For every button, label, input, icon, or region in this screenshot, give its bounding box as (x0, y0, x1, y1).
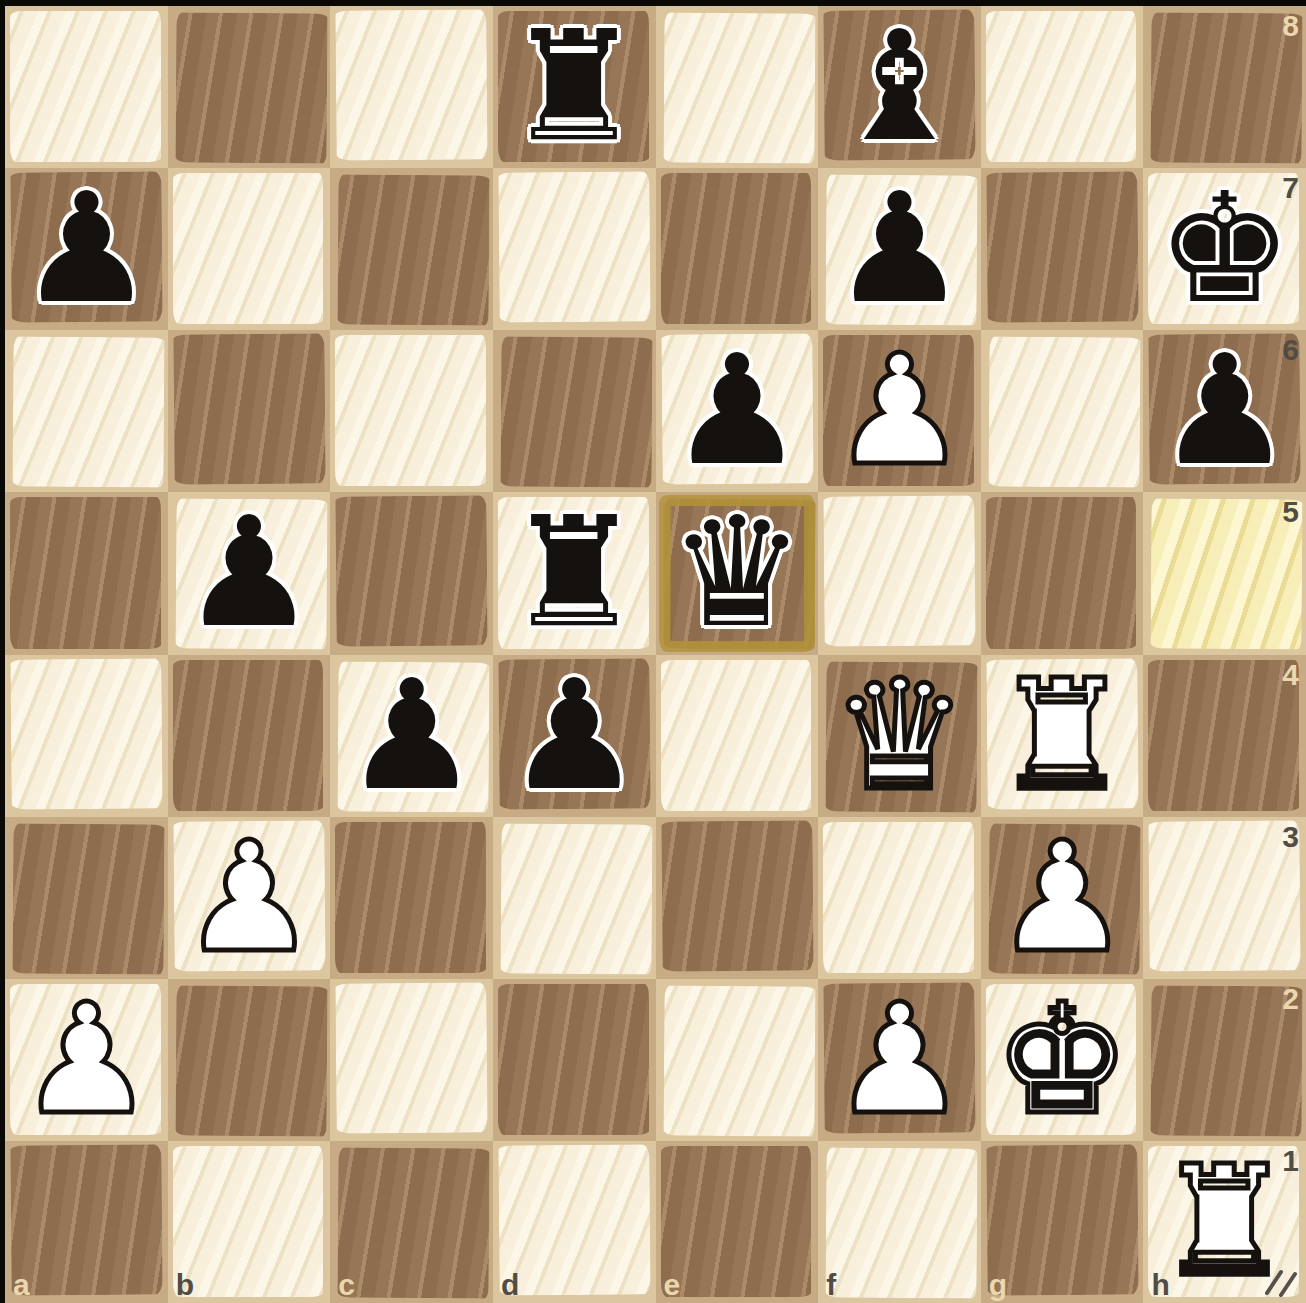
square-b5[interactable]: ♟ (168, 492, 331, 654)
square-scribble (1148, 660, 1299, 811)
rank-label-5: 5 (1282, 495, 1299, 529)
piece-white-pawn-f2[interactable]: ♟ (831, 984, 967, 1136)
square-a5[interactable] (5, 492, 168, 654)
square-scribble (661, 1146, 812, 1297)
square-f6[interactable]: ♟ (818, 330, 981, 492)
piece-white-pawn-f6[interactable]: ♟ (831, 335, 967, 487)
square-g6[interactable] (981, 330, 1144, 492)
chess-board: ♜♝8♟♟♚7♟♟♟6♟♜♛5♟♟♛♜4♟♟3♟♟♚2abcdefg♜1h (0, 0, 1306, 1303)
piece-black-pawn-f7[interactable]: ♟ (831, 173, 967, 325)
corner-slash-mark (1261, 1265, 1303, 1297)
square-a1[interactable]: a (5, 1141, 168, 1303)
square-h3[interactable]: 3 (1143, 817, 1306, 979)
piece-black-rook-d5[interactable]: ♜ (506, 497, 642, 649)
piece-black-pawn-e6[interactable]: ♟ (669, 335, 805, 487)
square-g8[interactable] (981, 6, 1144, 168)
square-scribble (1151, 499, 1303, 650)
piece-black-king-h7[interactable]: ♚ (1157, 173, 1293, 325)
square-c2[interactable] (330, 979, 493, 1141)
square-b2[interactable] (168, 979, 331, 1141)
file-label-b: b (176, 1268, 194, 1302)
square-scribble (500, 823, 652, 974)
square-scribble (986, 11, 1137, 162)
square-h2[interactable]: 2 (1143, 979, 1306, 1141)
file-label-c: c (338, 1268, 355, 1302)
square-scribble (173, 1146, 324, 1297)
square-scribble (10, 658, 162, 809)
square-scribble (661, 820, 813, 971)
square-f7[interactable]: ♟ (818, 168, 981, 330)
square-c4[interactable]: ♟ (330, 655, 493, 817)
square-h4[interactable]: 4 (1143, 655, 1306, 817)
square-a7[interactable]: ♟ (5, 168, 168, 330)
square-scribble (986, 171, 1138, 322)
square-d4[interactable]: ♟ (493, 655, 656, 817)
square-f2[interactable]: ♟ (818, 979, 981, 1141)
square-d5[interactable]: ♜ (493, 492, 656, 654)
piece-white-pawn-b3[interactable]: ♟ (181, 822, 317, 974)
file-label-d: d (501, 1268, 519, 1302)
square-e3[interactable] (656, 817, 819, 979)
square-a3[interactable] (5, 817, 168, 979)
square-e7[interactable] (656, 168, 819, 330)
square-g2[interactable]: ♚ (981, 979, 1144, 1141)
square-g1[interactable]: g (981, 1141, 1144, 1303)
square-b4[interactable] (168, 655, 331, 817)
square-scribble (826, 1147, 978, 1298)
square-e4[interactable] (656, 655, 819, 817)
square-scribble (335, 822, 486, 973)
square-e6[interactable]: ♟ (656, 330, 819, 492)
square-a6[interactable] (5, 330, 168, 492)
square-scribble (661, 173, 812, 324)
square-g3[interactable]: ♟ (981, 817, 1144, 979)
square-c5[interactable] (330, 492, 493, 654)
square-g4[interactable]: ♜ (981, 655, 1144, 817)
square-c3[interactable] (330, 817, 493, 979)
square-c6[interactable] (330, 330, 493, 492)
square-scribble (823, 822, 974, 973)
square-d2[interactable] (493, 979, 656, 1141)
square-scribble (175, 985, 327, 1136)
square-h8[interactable]: 8 (1143, 6, 1306, 168)
square-h5[interactable]: 5 (1143, 492, 1306, 654)
file-label-g: g (989, 1268, 1007, 1302)
square-e5[interactable]: ♛ (656, 492, 819, 654)
square-d8[interactable]: ♜ (493, 6, 656, 168)
square-scribble (173, 173, 324, 324)
piece-white-rook-g4[interactable]: ♜ (994, 660, 1130, 812)
square-scribble (498, 1144, 650, 1295)
square-d3[interactable] (493, 817, 656, 979)
square-scribble (498, 171, 650, 322)
square-f3[interactable] (818, 817, 981, 979)
square-f5[interactable] (818, 492, 981, 654)
file-label-f: f (826, 1268, 836, 1302)
rank-label-2: 2 (1282, 982, 1299, 1016)
square-scribble (173, 334, 325, 485)
square-c8[interactable] (330, 6, 493, 168)
square-scribble (661, 660, 812, 811)
square-scribble (1151, 12, 1303, 163)
rank-label-8: 8 (1282, 9, 1299, 43)
piece-black-queen-e5[interactable]: ♛ (669, 497, 805, 649)
rank-label-3: 3 (1282, 820, 1299, 854)
square-scribble (500, 337, 652, 488)
square-a2[interactable]: ♟ (5, 979, 168, 1141)
square-d1[interactable]: d (493, 1141, 656, 1303)
piece-black-pawn-c4[interactable]: ♟ (343, 660, 479, 812)
square-scribble (986, 497, 1137, 648)
file-label-e: e (664, 1268, 681, 1302)
file-label-a: a (13, 1268, 30, 1302)
square-scribble (1151, 985, 1303, 1136)
square-scribble (823, 496, 975, 647)
square-scribble (12, 337, 164, 488)
piece-black-rook-d8[interactable]: ♜ (506, 11, 642, 163)
square-scribble (338, 1147, 490, 1298)
piece-black-pawn-d4[interactable]: ♟ (506, 660, 642, 812)
piece-black-pawn-b5[interactable]: ♟ (181, 497, 317, 649)
square-scribble (173, 660, 324, 811)
square-scribble (663, 985, 815, 1136)
square-a8[interactable] (5, 6, 168, 168)
square-scribble (175, 12, 327, 163)
square-scribble (10, 1144, 162, 1295)
piece-black-pawn-a7[interactable]: ♟ (18, 173, 154, 325)
square-scribble (336, 982, 488, 1133)
square-c1[interactable]: c (330, 1141, 493, 1303)
square-d6[interactable] (493, 330, 656, 492)
square-g5[interactable] (981, 492, 1144, 654)
square-scribble (498, 984, 649, 1135)
square-f1[interactable]: f (818, 1141, 981, 1303)
square-scribble (1149, 820, 1301, 971)
square-scribble (336, 496, 488, 647)
square-scribble (10, 11, 161, 162)
square-scribble (988, 337, 1140, 488)
square-f8[interactable]: ♝ (818, 6, 981, 168)
square-scribble (12, 823, 164, 974)
chess-app: ♜♝8♟♟♚7♟♟♟6♟♜♛5♟♟♛♜4♟♟3♟♟♚2abcdefg♜1h (0, 0, 1306, 1303)
square-b7[interactable] (168, 168, 331, 330)
piece-white-pawn-g3[interactable]: ♟ (994, 822, 1130, 974)
square-d7[interactable] (493, 168, 656, 330)
square-h6[interactable]: ♟6 (1143, 330, 1306, 492)
square-scribble (663, 12, 815, 163)
square-scribble (338, 175, 490, 326)
square-b8[interactable] (168, 6, 331, 168)
square-scribble (986, 1144, 1138, 1295)
square-e8[interactable] (656, 6, 819, 168)
square-f4[interactable]: ♛ (818, 655, 981, 817)
square-c7[interactable] (330, 168, 493, 330)
piece-white-king-g2[interactable]: ♚ (994, 984, 1130, 1136)
square-scribble (335, 335, 486, 486)
piece-black-bishop-f8[interactable]: ♝ (831, 11, 967, 163)
square-b1[interactable]: b (168, 1141, 331, 1303)
square-scribble (10, 497, 161, 648)
square-a4[interactable] (5, 655, 168, 817)
piece-white-pawn-a2[interactable]: ♟ (18, 984, 154, 1136)
piece-white-queen-f4[interactable]: ♛ (831, 660, 967, 812)
square-scribble (336, 9, 488, 160)
square-b6[interactable] (168, 330, 331, 492)
square-h7[interactable]: ♚7 (1143, 168, 1306, 330)
square-e2[interactable] (656, 979, 819, 1141)
piece-black-pawn-h6[interactable]: ♟ (1157, 335, 1293, 487)
square-e1[interactable]: e (656, 1141, 819, 1303)
square-b3[interactable]: ♟ (168, 817, 331, 979)
rank-label-4: 4 (1282, 658, 1299, 692)
square-g7[interactable] (981, 168, 1144, 330)
